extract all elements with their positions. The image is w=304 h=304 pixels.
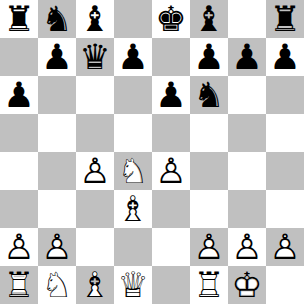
square-d5[interactable]: [114, 114, 152, 152]
white-pawn-icon: ♟♙: [266, 228, 304, 266]
square-e7[interactable]: [152, 38, 190, 76]
black-bishop-icon: ♝: [76, 0, 114, 38]
black-rook-icon: ♜: [266, 0, 304, 38]
square-b3[interactable]: [38, 190, 76, 228]
square-a6[interactable]: ♟: [0, 76, 38, 114]
square-f3[interactable]: [190, 190, 228, 228]
square-h8[interactable]: ♜: [266, 0, 304, 38]
black-king-icon: ♚: [152, 0, 190, 38]
square-h4[interactable]: [266, 152, 304, 190]
square-c5[interactable]: [76, 114, 114, 152]
square-e3[interactable]: [152, 190, 190, 228]
white-pawn-icon: ♟♙: [38, 228, 76, 266]
white-king-icon: ♚♔: [228, 266, 266, 304]
black-knight-icon: ♞: [38, 0, 76, 38]
square-a1[interactable]: ♜♖: [0, 266, 38, 304]
square-c3[interactable]: [76, 190, 114, 228]
black-knight-icon: ♞: [190, 76, 228, 114]
square-g7[interactable]: ♟: [228, 38, 266, 76]
black-pawn-icon: ♟: [114, 38, 152, 76]
square-g6[interactable]: [228, 76, 266, 114]
square-e2[interactable]: [152, 228, 190, 266]
square-d4[interactable]: ♞♘: [114, 152, 152, 190]
white-pawn-icon: ♟♙: [228, 228, 266, 266]
square-e6[interactable]: ♟: [152, 76, 190, 114]
square-a8[interactable]: ♜: [0, 0, 38, 38]
square-h7[interactable]: ♟: [266, 38, 304, 76]
square-d8[interactable]: [114, 0, 152, 38]
square-b2[interactable]: ♟♙: [38, 228, 76, 266]
square-g2[interactable]: ♟♙: [228, 228, 266, 266]
square-b4[interactable]: [38, 152, 76, 190]
white-bishop-icon: ♝♗: [76, 266, 114, 304]
square-g3[interactable]: [228, 190, 266, 228]
square-f6[interactable]: ♞: [190, 76, 228, 114]
square-g8[interactable]: [228, 0, 266, 38]
square-a5[interactable]: [0, 114, 38, 152]
white-knight-icon: ♞♘: [38, 266, 76, 304]
black-pawn-icon: ♟: [190, 38, 228, 76]
square-g4[interactable]: [228, 152, 266, 190]
square-c2[interactable]: [76, 228, 114, 266]
white-pawn-icon: ♟♙: [190, 228, 228, 266]
white-pawn-icon: ♟♙: [0, 228, 38, 266]
square-c7[interactable]: ♛: [76, 38, 114, 76]
square-d2[interactable]: [114, 228, 152, 266]
square-d6[interactable]: [114, 76, 152, 114]
square-h3[interactable]: [266, 190, 304, 228]
white-bishop-icon: ♝♗: [114, 190, 152, 228]
white-queen-icon: ♛♕: [114, 266, 152, 304]
square-b7[interactable]: ♟: [38, 38, 76, 76]
chess-board: ♜♞♝♚♝♜♟♛♟♟♟♟♟♟♞♟♙♞♘♟♙♝♗♟♙♟♙♟♙♟♙♟♙♜♖♞♘♝♗♛…: [0, 0, 304, 304]
square-e5[interactable]: [152, 114, 190, 152]
black-pawn-icon: ♟: [0, 76, 38, 114]
square-e8[interactable]: ♚: [152, 0, 190, 38]
black-rook-icon: ♜: [0, 0, 38, 38]
black-pawn-icon: ♟: [228, 38, 266, 76]
square-h6[interactable]: [266, 76, 304, 114]
square-h5[interactable]: [266, 114, 304, 152]
square-f5[interactable]: [190, 114, 228, 152]
square-c4[interactable]: ♟♙: [76, 152, 114, 190]
square-a2[interactable]: ♟♙: [0, 228, 38, 266]
black-queen-icon: ♛: [76, 38, 114, 76]
white-rook-icon: ♜♖: [190, 266, 228, 304]
square-h1[interactable]: [266, 266, 304, 304]
black-pawn-icon: ♟: [152, 76, 190, 114]
square-f4[interactable]: [190, 152, 228, 190]
square-b6[interactable]: [38, 76, 76, 114]
white-rook-icon: ♜♖: [0, 266, 38, 304]
square-d7[interactable]: ♟: [114, 38, 152, 76]
square-f8[interactable]: ♝: [190, 0, 228, 38]
square-g1[interactable]: ♚♔: [228, 266, 266, 304]
black-bishop-icon: ♝: [190, 0, 228, 38]
white-pawn-icon: ♟♙: [152, 152, 190, 190]
square-b1[interactable]: ♞♘: [38, 266, 76, 304]
white-pawn-icon: ♟♙: [76, 152, 114, 190]
square-e4[interactable]: ♟♙: [152, 152, 190, 190]
square-e1[interactable]: [152, 266, 190, 304]
square-b8[interactable]: ♞: [38, 0, 76, 38]
square-c6[interactable]: [76, 76, 114, 114]
square-b5[interactable]: [38, 114, 76, 152]
square-a4[interactable]: [0, 152, 38, 190]
square-a7[interactable]: [0, 38, 38, 76]
square-f1[interactable]: ♜♖: [190, 266, 228, 304]
square-g5[interactable]: [228, 114, 266, 152]
square-d1[interactable]: ♛♕: [114, 266, 152, 304]
square-c8[interactable]: ♝: [76, 0, 114, 38]
square-c1[interactable]: ♝♗: [76, 266, 114, 304]
square-d3[interactable]: ♝♗: [114, 190, 152, 228]
square-f2[interactable]: ♟♙: [190, 228, 228, 266]
square-f7[interactable]: ♟: [190, 38, 228, 76]
black-pawn-icon: ♟: [38, 38, 76, 76]
square-h2[interactable]: ♟♙: [266, 228, 304, 266]
square-a3[interactable]: [0, 190, 38, 228]
white-knight-icon: ♞♘: [114, 152, 152, 190]
black-pawn-icon: ♟: [266, 38, 304, 76]
